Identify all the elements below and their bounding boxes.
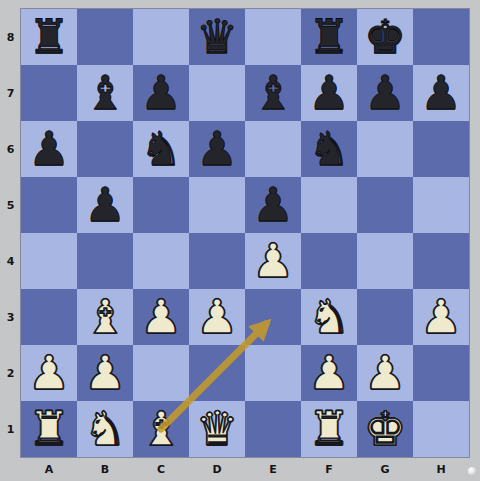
piece-white-knight: ♞ [84,401,126,457]
rank-label-1: 1 [0,401,21,457]
piece-black-pawn: ♟ [252,177,294,233]
file-label-a: A [21,457,77,481]
square-d6[interactable]: ♟ [189,121,245,177]
square-a8[interactable]: ♜ [21,9,77,65]
square-h8[interactable] [413,9,469,65]
rank-label-4: 4 [0,233,21,289]
file-label-b: B [77,457,133,481]
piece-black-pawn: ♟ [420,65,462,121]
piece-white-pawn: ♟ [420,289,462,345]
file-label-f: F [301,457,357,481]
square-a6[interactable]: ♟ [21,121,77,177]
rank-label-2: 2 [0,345,21,401]
piece-black-pawn: ♟ [308,65,350,121]
square-a1[interactable]: ♜ [21,401,77,457]
square-b1[interactable]: ♞ [77,401,133,457]
file-labels-row: ABCDEFGH [21,457,469,481]
square-d8[interactable]: ♛ [189,9,245,65]
square-h6[interactable] [413,121,469,177]
square-e4[interactable]: ♟ [245,233,301,289]
square-b3[interactable]: ♝ [77,289,133,345]
rank-labels-column: 87654321 [0,9,21,457]
chess-board-panel: 87654321 ♜♛♜♚♝♟♝♟♟♟♟♞♟♞♟♟♟♝♟♟♞♟♟♟♟♟♜♞♝♛♜… [0,0,480,481]
square-g6[interactable] [357,121,413,177]
square-c5[interactable] [133,177,189,233]
piece-black-bishop: ♝ [84,65,126,121]
file-label-g: G [357,457,413,481]
square-a4[interactable] [21,233,77,289]
file-label-h: H [413,457,469,481]
rank-label-7: 7 [0,65,21,121]
square-c8[interactable] [133,9,189,65]
square-d7[interactable] [189,65,245,121]
square-g2[interactable]: ♟ [357,345,413,401]
piece-black-knight: ♞ [140,121,182,177]
square-g1[interactable]: ♚ [357,401,413,457]
square-g8[interactable]: ♚ [357,9,413,65]
square-c4[interactable] [133,233,189,289]
square-b2[interactable]: ♟ [77,345,133,401]
square-h1[interactable] [413,401,469,457]
square-f2[interactable]: ♟ [301,345,357,401]
square-h5[interactable] [413,177,469,233]
piece-white-rook: ♜ [28,401,70,457]
piece-white-rook: ♜ [308,401,350,457]
piece-black-knight: ♞ [308,121,350,177]
square-h3[interactable]: ♟ [413,289,469,345]
rank-label-3: 3 [0,289,21,345]
piece-white-pawn: ♟ [364,345,406,401]
piece-white-bishop: ♝ [84,289,126,345]
square-d4[interactable] [189,233,245,289]
piece-black-queen: ♛ [196,9,238,65]
square-g7[interactable]: ♟ [357,65,413,121]
file-label-e: E [245,457,301,481]
square-e5[interactable]: ♟ [245,177,301,233]
rank-label-6: 6 [0,121,21,177]
piece-black-pawn: ♟ [28,121,70,177]
square-d1[interactable]: ♛ [189,401,245,457]
square-e8[interactable] [245,9,301,65]
square-g5[interactable] [357,177,413,233]
square-f5[interactable] [301,177,357,233]
file-label-c: C [133,457,189,481]
square-a7[interactable] [21,65,77,121]
piece-black-rook: ♜ [28,9,70,65]
square-g4[interactable] [357,233,413,289]
square-e1[interactable] [245,401,301,457]
piece-white-bishop: ♝ [140,401,182,457]
rank-label-5: 5 [0,177,21,233]
square-f3[interactable]: ♞ [301,289,357,345]
square-e3[interactable] [245,289,301,345]
piece-black-bishop: ♝ [252,65,294,121]
square-b7[interactable]: ♝ [77,65,133,121]
square-c2[interactable] [133,345,189,401]
square-b8[interactable] [77,9,133,65]
piece-white-queen: ♛ [196,401,238,457]
square-c3[interactable]: ♟ [133,289,189,345]
square-a2[interactable]: ♟ [21,345,77,401]
piece-black-pawn: ♟ [140,65,182,121]
square-b6[interactable] [77,121,133,177]
square-d3[interactable]: ♟ [189,289,245,345]
square-a3[interactable] [21,289,77,345]
piece-black-rook: ♜ [308,9,350,65]
file-label-d: D [189,457,245,481]
square-c1[interactable]: ♝ [133,401,189,457]
square-d2[interactable] [189,345,245,401]
square-a5[interactable] [21,177,77,233]
piece-white-pawn: ♟ [308,345,350,401]
square-b5[interactable]: ♟ [77,177,133,233]
corner-dot [468,467,476,475]
square-h7[interactable]: ♟ [413,65,469,121]
square-d5[interactable] [189,177,245,233]
square-e2[interactable] [245,345,301,401]
piece-white-knight: ♞ [308,289,350,345]
square-e7[interactable]: ♝ [245,65,301,121]
piece-white-pawn: ♟ [140,289,182,345]
square-f7[interactable]: ♟ [301,65,357,121]
square-h2[interactable] [413,345,469,401]
piece-black-pawn: ♟ [196,121,238,177]
piece-white-pawn: ♟ [196,289,238,345]
square-e6[interactable] [245,121,301,177]
piece-black-pawn: ♟ [364,65,406,121]
square-f1[interactable]: ♜ [301,401,357,457]
square-b4[interactable] [77,233,133,289]
square-f4[interactable] [301,233,357,289]
piece-white-pawn: ♟ [252,233,294,289]
piece-black-king: ♚ [364,9,406,65]
square-h4[interactable] [413,233,469,289]
square-g3[interactable] [357,289,413,345]
piece-white-pawn: ♟ [28,345,70,401]
square-f8[interactable]: ♜ [301,9,357,65]
rank-label-8: 8 [0,9,21,65]
piece-black-pawn: ♟ [84,177,126,233]
square-f6[interactable]: ♞ [301,121,357,177]
square-c7[interactable]: ♟ [133,65,189,121]
chess-board: ♜♛♜♚♝♟♝♟♟♟♟♞♟♞♟♟♟♝♟♟♞♟♟♟♟♟♜♞♝♛♜♚ [21,9,469,457]
square-c6[interactable]: ♞ [133,121,189,177]
piece-white-pawn: ♟ [84,345,126,401]
piece-white-king: ♚ [364,401,406,457]
